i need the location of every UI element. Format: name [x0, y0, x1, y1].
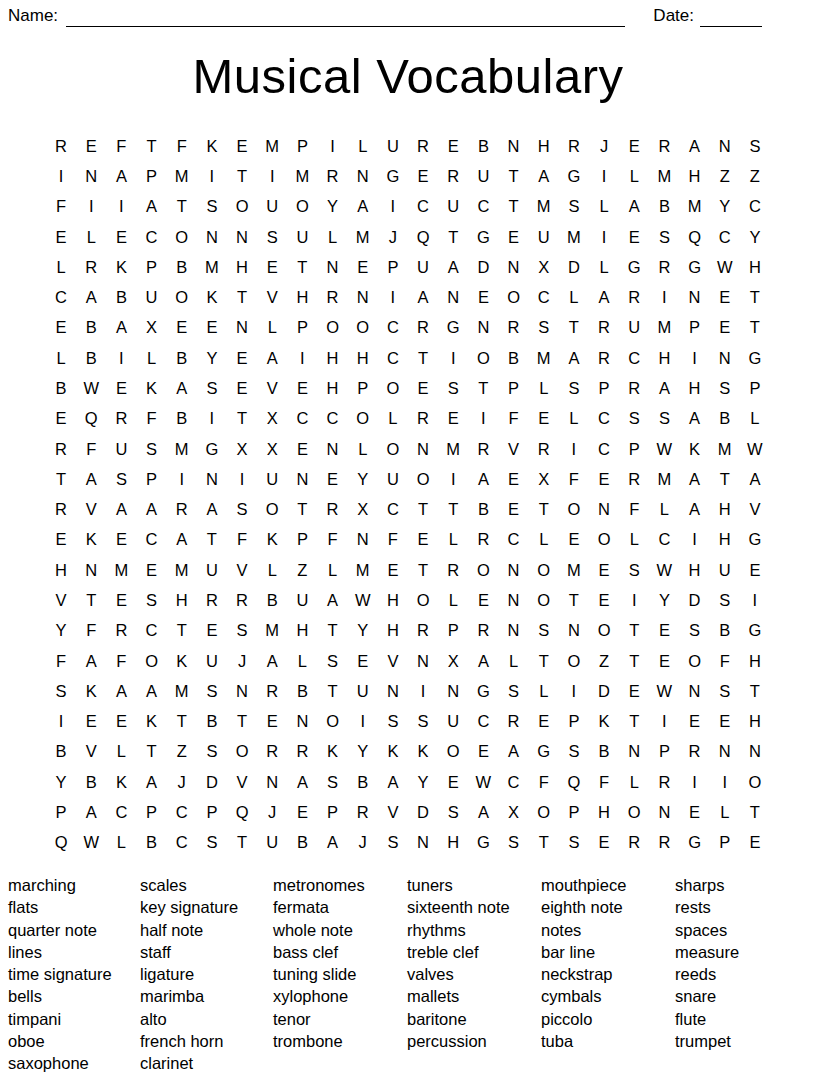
grid-cell-r18c9: L	[287, 646, 317, 676]
word-list-column-5: mouthpieceeighth notenotesbar lineneckst…	[541, 874, 626, 1052]
word-list-item: saxophone	[8, 1052, 112, 1074]
grid-cell-r17c15: R	[468, 616, 498, 646]
grid-cell-r3c7: O	[227, 192, 257, 222]
grid-cell-r17c11: Y	[348, 616, 378, 646]
grid-cell-r19c9: B	[287, 676, 317, 706]
grid-cell-r9c10: H	[317, 373, 347, 403]
grid-cell-r1c13: R	[408, 131, 438, 161]
grid-cell-r14c15: R	[468, 525, 498, 555]
grid-cell-r16c21: Y	[649, 585, 679, 615]
grid-cell-r19c22: N	[679, 676, 709, 706]
grid-cell-r22c6: D	[197, 767, 227, 797]
word-list-column-3: metronomesfermatawhole notebass cleftuni…	[273, 874, 365, 1052]
grid-cell-r16c24: I	[740, 585, 770, 615]
grid-cell-r21c14: O	[438, 737, 468, 767]
grid-cell-r14c24: G	[740, 525, 770, 555]
word-list-item: sixteenth note	[407, 896, 510, 918]
grid-cell-r20c8: E	[257, 707, 287, 737]
word-list-item: marimba	[140, 985, 238, 1007]
grid-cell-r15c9: Z	[287, 555, 317, 585]
grid-cell-r8c13: T	[408, 343, 438, 373]
grid-cell-r19c3: A	[106, 676, 136, 706]
grid-cell-r8c7: E	[227, 343, 257, 373]
grid-cell-r11c24: W	[740, 434, 770, 464]
grid-cell-r12c21: M	[649, 464, 679, 494]
grid-cell-r12c4: P	[136, 464, 166, 494]
grid-cell-r19c19: D	[589, 676, 619, 706]
grid-cell-r5c20: G	[619, 252, 649, 282]
grid-cell-r24c14: H	[438, 828, 468, 858]
grid-cell-r5c11: E	[348, 252, 378, 282]
grid-cell-r13c23: H	[710, 494, 740, 524]
grid-cell-r2c2: N	[76, 161, 106, 191]
grid-cell-r8c15: O	[468, 343, 498, 373]
grid-cell-r13c14: T	[438, 494, 468, 524]
word-list-item: rhythms	[407, 919, 510, 941]
grid-cell-r24c17: T	[529, 828, 559, 858]
word-list-item: quarter note	[8, 919, 112, 941]
grid-cell-r11c1: R	[46, 434, 76, 464]
grid-cell-r13c1: R	[46, 494, 76, 524]
grid-cell-r4c18: M	[559, 222, 589, 252]
grid-cell-r24c13: N	[408, 828, 438, 858]
word-list-item: trumpet	[675, 1030, 739, 1052]
grid-cell-r8c8: A	[257, 343, 287, 373]
grid-cell-r9c19: P	[589, 373, 619, 403]
grid-cell-r21c5: Z	[167, 737, 197, 767]
grid-cell-r8c10: H	[317, 343, 347, 373]
grid-cell-r24c20: R	[619, 828, 649, 858]
grid-cell-r17c20: T	[619, 616, 649, 646]
grid-cell-r19c18: I	[559, 676, 589, 706]
grid-cell-r13c11: X	[348, 494, 378, 524]
grid-cell-r9c8: V	[257, 373, 287, 403]
word-list-item: mouthpiece	[541, 874, 626, 896]
word-list-item: scales	[140, 874, 238, 896]
grid-cell-r11c4: S	[136, 434, 166, 464]
grid-cell-r10c14: E	[438, 404, 468, 434]
grid-cell-r5c9: T	[287, 252, 317, 282]
name-blank-line	[66, 7, 625, 27]
grid-cell-r14c20: L	[619, 525, 649, 555]
grid-cell-r16c3: E	[106, 585, 136, 615]
grid-cell-r21c8: R	[257, 737, 287, 767]
grid-cell-r14c4: C	[136, 525, 166, 555]
grid-cell-r13c3: A	[106, 494, 136, 524]
grid-cell-r7c17: S	[529, 313, 559, 343]
word-list-item: bass clef	[273, 941, 365, 963]
grid-cell-r4c22: Q	[679, 222, 709, 252]
word-list-column-6: sharpsrestsspacesmeasurereedssnareflutet…	[675, 874, 739, 1052]
grid-cell-r4c5: O	[167, 222, 197, 252]
grid-cell-r20c23: E	[710, 707, 740, 737]
grid-cell-r18c12: V	[378, 646, 408, 676]
grid-cell-r8c6: Y	[197, 343, 227, 373]
grid-cell-r15c20: S	[619, 555, 649, 585]
grid-cell-r9c22: H	[679, 373, 709, 403]
grid-cell-r3c13: C	[408, 192, 438, 222]
grid-cell-r9c5: A	[167, 373, 197, 403]
grid-cell-r15c12: E	[378, 555, 408, 585]
grid-cell-r11c17: R	[529, 434, 559, 464]
grid-cell-r16c16: N	[498, 585, 528, 615]
grid-cell-r17c10: T	[317, 616, 347, 646]
grid-cell-r16c6: R	[197, 585, 227, 615]
grid-cell-r13c4: A	[136, 494, 166, 524]
word-list-item: bells	[8, 985, 112, 1007]
grid-cell-r17c16: N	[498, 616, 528, 646]
grid-cell-r7c7: N	[227, 313, 257, 343]
grid-cell-r20c5: T	[167, 707, 197, 737]
grid-cell-r6c17: C	[529, 282, 559, 312]
grid-cell-r13c15: B	[468, 494, 498, 524]
grid-cell-r10c21: S	[649, 404, 679, 434]
grid-cell-r23c15: A	[468, 797, 498, 827]
grid-cell-r19c16: S	[498, 676, 528, 706]
grid-cell-r4c2: L	[76, 222, 106, 252]
grid-cell-r2c4: P	[136, 161, 166, 191]
grid-cell-r15c18: M	[559, 555, 589, 585]
grid-cell-r2c17: A	[529, 161, 559, 191]
grid-cell-r20c22: E	[679, 707, 709, 737]
grid-cell-r7c13: R	[408, 313, 438, 343]
grid-cell-r24c11: J	[348, 828, 378, 858]
grid-cell-r7c2: B	[76, 313, 106, 343]
word-list-item: time signature	[8, 963, 112, 985]
grid-cell-r19c1: S	[46, 676, 76, 706]
grid-cell-r23c4: P	[136, 797, 166, 827]
grid-cell-r7c22: P	[679, 313, 709, 343]
grid-cell-r4c23: C	[710, 222, 740, 252]
grid-cell-r19c13: I	[408, 676, 438, 706]
grid-cell-r8c1: L	[46, 343, 76, 373]
grid-cell-r4c8: S	[257, 222, 287, 252]
grid-cell-r7c9: P	[287, 313, 317, 343]
grid-cell-r6c9: H	[287, 282, 317, 312]
grid-cell-r4c16: E	[498, 222, 528, 252]
grid-cell-r17c12: H	[378, 616, 408, 646]
worksheet-page: Name: Date: Musical Vocabulary REFTFKEMP…	[0, 0, 816, 1083]
grid-cell-r20c19: K	[589, 707, 619, 737]
grid-cell-r15c5: M	[167, 555, 197, 585]
grid-cell-r2c22: H	[679, 161, 709, 191]
grid-cell-r8c9: I	[287, 343, 317, 373]
grid-cell-r22c12: A	[378, 767, 408, 797]
grid-cell-r7c10: O	[317, 313, 347, 343]
grid-cell-r4c13: Q	[408, 222, 438, 252]
grid-cell-r19c7: N	[227, 676, 257, 706]
grid-cell-r21c2: V	[76, 737, 106, 767]
grid-cell-r21c11: Y	[348, 737, 378, 767]
grid-cell-r18c3: F	[106, 646, 136, 676]
grid-cell-r7c12: C	[378, 313, 408, 343]
grid-cell-r14c11: N	[348, 525, 378, 555]
grid-cell-r22c7: V	[227, 767, 257, 797]
grid-cell-r22c2: B	[76, 767, 106, 797]
grid-cell-r12c11: Y	[348, 464, 378, 494]
word-list-item: flute	[675, 1008, 739, 1030]
grid-cell-r12c10: E	[317, 464, 347, 494]
grid-cell-r18c7: J	[227, 646, 257, 676]
grid-cell-r6c15: E	[468, 282, 498, 312]
grid-cell-r8c18: A	[559, 343, 589, 373]
grid-cell-r20c16: R	[498, 707, 528, 737]
grid-cell-r21c22: R	[679, 737, 709, 767]
grid-cell-r3c22: M	[679, 192, 709, 222]
grid-cell-r16c12: H	[378, 585, 408, 615]
grid-cell-r5c2: R	[76, 252, 106, 282]
grid-cell-r22c21: R	[649, 767, 679, 797]
grid-cell-r15c11: M	[348, 555, 378, 585]
grid-cell-r5c10: N	[317, 252, 347, 282]
grid-cell-r13c16: E	[498, 494, 528, 524]
grid-cell-r12c2: A	[76, 464, 106, 494]
grid-cell-r4c20: E	[619, 222, 649, 252]
grid-cell-r2c12: G	[378, 161, 408, 191]
grid-cell-r16c9: U	[287, 585, 317, 615]
grid-cell-r6c4: U	[136, 282, 166, 312]
grid-cell-r13c8: O	[257, 494, 287, 524]
grid-cell-r7c15: N	[468, 313, 498, 343]
grid-cell-r20c14: U	[438, 707, 468, 737]
grid-cell-r10c12: L	[378, 404, 408, 434]
grid-cell-r12c1: T	[46, 464, 76, 494]
grid-cell-r5c8: E	[257, 252, 287, 282]
word-list-item: trombone	[273, 1030, 365, 1052]
grid-cell-r21c17: G	[529, 737, 559, 767]
grid-cell-r1c10: I	[317, 131, 347, 161]
word-list-item: xylophone	[273, 985, 365, 1007]
grid-cell-r5c16: N	[498, 252, 528, 282]
grid-cell-r22c10: S	[317, 767, 347, 797]
grid-cell-r15c16: N	[498, 555, 528, 585]
grid-cell-r4c10: L	[317, 222, 347, 252]
grid-cell-r5c5: B	[167, 252, 197, 282]
grid-cell-r3c21: B	[649, 192, 679, 222]
grid-cell-r22c1: Y	[46, 767, 76, 797]
grid-cell-r1c8: M	[257, 131, 287, 161]
grid-cell-r7c1: E	[46, 313, 76, 343]
grid-cell-r19c5: M	[167, 676, 197, 706]
grid-cell-r24c9: B	[287, 828, 317, 858]
grid-cell-r23c18: P	[559, 797, 589, 827]
grid-cell-r24c18: S	[559, 828, 589, 858]
word-list-item: bar line	[541, 941, 626, 963]
grid-cell-r12c9: N	[287, 464, 317, 494]
grid-cell-r4c21: S	[649, 222, 679, 252]
word-list-item: half note	[140, 919, 238, 941]
grid-cell-r4c9: U	[287, 222, 317, 252]
grid-cell-r8c11: H	[348, 343, 378, 373]
grid-cell-r11c18: I	[559, 434, 589, 464]
grid-cell-r19c23: S	[710, 676, 740, 706]
grid-cell-r12c18: F	[559, 464, 589, 494]
grid-cell-r22c11: B	[348, 767, 378, 797]
grid-cell-r3c3: I	[106, 192, 136, 222]
grid-cell-r1c17: H	[529, 131, 559, 161]
grid-cell-r18c13: N	[408, 646, 438, 676]
grid-cell-r2c3: A	[106, 161, 136, 191]
grid-cell-r1c23: N	[710, 131, 740, 161]
grid-cell-r9c18: S	[559, 373, 589, 403]
grid-cell-r21c10: K	[317, 737, 347, 767]
grid-cell-r18c19: Z	[589, 646, 619, 676]
grid-cell-r4c12: J	[378, 222, 408, 252]
grid-cell-r5c3: K	[106, 252, 136, 282]
word-list-item: staff	[140, 941, 238, 963]
grid-cell-r24c1: Q	[46, 828, 76, 858]
grid-cell-r13c22: A	[679, 494, 709, 524]
grid-cell-r1c18: R	[559, 131, 589, 161]
grid-cell-r16c5: H	[167, 585, 197, 615]
grid-cell-r14c21: C	[649, 525, 679, 555]
grid-cell-r12c17: X	[529, 464, 559, 494]
grid-cell-r1c19: J	[589, 131, 619, 161]
grid-cell-r2c21: M	[649, 161, 679, 191]
word-list-item: oboe	[8, 1030, 112, 1052]
grid-cell-r24c8: U	[257, 828, 287, 858]
grid-cell-r12c5: I	[167, 464, 197, 494]
grid-cell-r23c3: C	[106, 797, 136, 827]
grid-cell-r11c14: M	[438, 434, 468, 464]
grid-cell-r3c9: O	[287, 192, 317, 222]
grid-cell-r19c10: T	[317, 676, 347, 706]
grid-cell-r2c14: R	[438, 161, 468, 191]
date-label: Date:	[653, 6, 694, 27]
grid-cell-r13c6: A	[197, 494, 227, 524]
grid-cell-r11c7: X	[227, 434, 257, 464]
grid-cell-r19c6: S	[197, 676, 227, 706]
grid-cell-r14c22: I	[679, 525, 709, 555]
grid-cell-r12c15: A	[468, 464, 498, 494]
grid-cell-r15c10: L	[317, 555, 347, 585]
grid-cell-r6c16: O	[498, 282, 528, 312]
grid-cell-r22c18: Q	[559, 767, 589, 797]
grid-cell-r14c5: A	[167, 525, 197, 555]
grid-cell-r11c10: N	[317, 434, 347, 464]
grid-cell-r12c24: A	[740, 464, 770, 494]
grid-cell-r7c20: U	[619, 313, 649, 343]
grid-cell-r14c17: L	[529, 525, 559, 555]
word-list-item: eighth note	[541, 896, 626, 918]
grid-cell-r12c7: I	[227, 464, 257, 494]
grid-cell-r19c24: T	[740, 676, 770, 706]
grid-cell-r24c16: S	[498, 828, 528, 858]
grid-cell-r8c2: B	[76, 343, 106, 373]
grid-cell-r21c21: P	[649, 737, 679, 767]
grid-cell-r3c15: C	[468, 192, 498, 222]
grid-cell-r6c8: V	[257, 282, 287, 312]
grid-cell-r12c13: O	[408, 464, 438, 494]
grid-cell-r10c8: X	[257, 404, 287, 434]
grid-cell-r11c21: W	[649, 434, 679, 464]
grid-cell-r16c11: W	[348, 585, 378, 615]
grid-cell-r19c15: G	[468, 676, 498, 706]
grid-cell-r10c17: E	[529, 404, 559, 434]
grid-cell-r6c5: O	[167, 282, 197, 312]
grid-cell-r22c19: F	[589, 767, 619, 797]
grid-cell-r21c9: R	[287, 737, 317, 767]
grid-cell-r16c2: T	[76, 585, 106, 615]
grid-cell-r3c14: U	[438, 192, 468, 222]
grid-cell-r7c23: E	[710, 313, 740, 343]
grid-cell-r7c3: A	[106, 313, 136, 343]
grid-cell-r21c6: S	[197, 737, 227, 767]
grid-cell-r14c12: F	[378, 525, 408, 555]
grid-cell-r13c21: L	[649, 494, 679, 524]
grid-cell-r9c11: P	[348, 373, 378, 403]
grid-cell-r3c18: S	[559, 192, 589, 222]
grid-cell-r23c1: P	[46, 797, 76, 827]
grid-cell-r4c24: Y	[740, 222, 770, 252]
grid-cell-r10c22: A	[679, 404, 709, 434]
grid-cell-r10c7: T	[227, 404, 257, 434]
grid-cell-r2c9: M	[287, 161, 317, 191]
grid-cell-r16c17: O	[529, 585, 559, 615]
grid-cell-r24c10: A	[317, 828, 347, 858]
grid-cell-r24c21: R	[649, 828, 679, 858]
grid-cell-r6c13: A	[408, 282, 438, 312]
grid-cell-r5c7: H	[227, 252, 257, 282]
grid-cell-r5c1: L	[46, 252, 76, 282]
grid-cell-r10c10: C	[317, 404, 347, 434]
grid-cell-r17c3: R	[106, 616, 136, 646]
grid-cell-r24c2: W	[76, 828, 106, 858]
grid-cell-r17c22: S	[679, 616, 709, 646]
grid-cell-r16c8: B	[257, 585, 287, 615]
grid-cell-r24c24: E	[740, 828, 770, 858]
grid-cell-r8c17: M	[529, 343, 559, 373]
grid-cell-r22c20: L	[619, 767, 649, 797]
grid-cell-r14c19: O	[589, 525, 619, 555]
grid-cell-r19c14: N	[438, 676, 468, 706]
grid-cell-r23c5: C	[167, 797, 197, 827]
grid-cell-r11c9: E	[287, 434, 317, 464]
grid-cell-r15c22: H	[679, 555, 709, 585]
grid-cell-r21c3: L	[106, 737, 136, 767]
grid-cell-r3c12: I	[378, 192, 408, 222]
grid-cell-r14c13: E	[408, 525, 438, 555]
grid-cell-r22c9: A	[287, 767, 317, 797]
grid-cell-r9c1: B	[46, 373, 76, 403]
grid-cell-r16c13: O	[408, 585, 438, 615]
grid-cell-r11c11: L	[348, 434, 378, 464]
grid-cell-r12c19: E	[589, 464, 619, 494]
grid-cell-r23c23: L	[710, 797, 740, 827]
word-list-item: tenor	[273, 1008, 365, 1030]
grid-cell-r15c6: U	[197, 555, 227, 585]
grid-cell-r17c14: P	[438, 616, 468, 646]
grid-cell-r21c24: N	[740, 737, 770, 767]
word-list-item: piccolo	[541, 1008, 626, 1030]
grid-cell-r6c21: I	[649, 282, 679, 312]
grid-cell-r1c16: N	[498, 131, 528, 161]
grid-cell-r20c15: C	[468, 707, 498, 737]
grid-cell-r19c12: N	[378, 676, 408, 706]
grid-cell-r13c5: R	[167, 494, 197, 524]
grid-cell-r16c1: V	[46, 585, 76, 615]
grid-cell-r12c8: U	[257, 464, 287, 494]
word-list-item: valves	[407, 963, 510, 985]
grid-cell-r3c10: Y	[317, 192, 347, 222]
grid-cell-r7c5: E	[167, 313, 197, 343]
grid-cell-r17c24: G	[740, 616, 770, 646]
grid-cell-r6c22: N	[679, 282, 709, 312]
grid-cell-r19c8: R	[257, 676, 287, 706]
word-list-item: clarinet	[140, 1052, 238, 1074]
grid-cell-r17c19: O	[589, 616, 619, 646]
grid-cell-r11c20: P	[619, 434, 649, 464]
